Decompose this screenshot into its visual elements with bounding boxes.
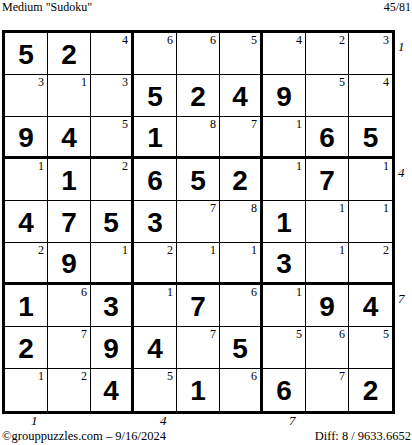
cell-r5c2[interactable]: 7 [48,201,91,243]
pencil-mark: 5 [383,328,389,341]
pencil-mark: 1 [38,160,44,173]
cell-r8c2[interactable]: 7 [48,327,91,369]
pencil-mark: 5 [122,118,128,131]
cell-r1c5[interactable]: 6 [177,33,220,75]
row-label-1: 1 [398,40,410,54]
pencil-mark: 2 [122,160,128,173]
pencil-mark: 5 [339,76,345,89]
cell-r2c5[interactable]: 2 [177,75,220,117]
pencil-mark: 2 [81,370,87,383]
cell-r3c8[interactable]: 6 [306,117,349,159]
cell-r7c6[interactable]: 6 [220,285,263,327]
given-digit: 2 [5,327,47,368]
pencil-mark: 1 [383,160,389,173]
cell-r8c5[interactable]: 7 [177,327,220,369]
cell-r9c5[interactable]: 1 [177,369,220,411]
pencil-mark: 1 [339,244,345,257]
sudoku-board: 5246654233135249549451871651126521714753… [2,30,395,414]
cell-r9c7[interactable]: 6 [263,369,306,411]
cell-r8c6[interactable]: 5 [220,327,263,369]
given-digit: 5 [5,33,47,74]
cell-r1c6[interactable]: 5 [220,33,263,75]
cell-r8c3[interactable]: 9 [91,327,134,369]
cell-r2c2[interactable]: 1 [48,75,91,117]
pencil-mark: 2 [339,34,345,47]
given-digit: 1 [48,159,90,200]
cell-r2c1[interactable]: 3 [5,75,48,117]
pencil-mark: 2 [383,244,389,257]
cell-r6c7[interactable]: 3 [263,243,306,285]
given-digit: 6 [134,159,176,200]
cell-r5c5[interactable]: 7 [177,201,220,243]
cell-r3c7[interactable]: 1 [263,117,306,159]
copyright-text: ©grouppuzzles.com – 9/16/2024 [2,429,166,444]
pencil-mark: 1 [167,286,173,299]
cell-r5c1[interactable]: 4 [5,201,48,243]
cell-r9c4[interactable]: 5 [134,369,177,411]
pencil-mark: 5 [296,328,302,341]
cell-r5c9[interactable]: 1 [349,201,392,243]
cell-r7c1[interactable]: 1 [5,285,48,327]
col-label-7: 7 [289,414,296,427]
pencil-mark: 4 [296,34,302,47]
cell-r7c8[interactable]: 9 [306,285,349,327]
given-digit: 2 [349,369,392,411]
pencil-mark: 5 [251,34,257,47]
pencil-mark: 1 [296,160,302,173]
pencil-mark: 5 [167,370,173,383]
given-digit: 5 [134,75,176,116]
cell-r9c9[interactable]: 2 [349,369,392,411]
given-digit: 2 [48,33,90,74]
given-digit: 6 [306,117,348,156]
pencil-mark: 6 [81,286,87,299]
cell-r1c8[interactable]: 2 [306,33,349,75]
header: Medium "Sudoku" 45/81 [2,0,411,14]
cell-r9c1[interactable]: 1 [5,369,48,411]
cell-r7c2[interactable]: 6 [48,285,91,327]
given-digit: 7 [177,285,219,326]
cell-r1c9[interactable]: 3 [349,33,392,75]
cell-r6c9[interactable]: 2 [349,243,392,285]
cell-r4c9[interactable]: 1 [349,159,392,201]
cell-r3c5[interactable]: 8 [177,117,220,159]
pencil-mark: 6 [339,328,345,341]
cell-r6c1[interactable]: 2 [5,243,48,285]
given-digit: 9 [5,117,47,156]
given-digit: 4 [5,201,47,242]
given-digit: 9 [306,285,348,326]
given-digit: 4 [91,369,131,411]
cell-r5c7[interactable]: 1 [263,201,306,243]
footer: ©grouppuzzles.com – 9/16/2024 Diff: 8 / … [2,429,411,444]
cell-r4c3[interactable]: 2 [91,159,134,201]
given-digit: 6 [263,369,305,411]
cell-r5c6[interactable]: 8 [220,201,263,243]
pencil-mark: 1 [210,244,216,257]
given-digit: 5 [349,117,392,156]
cell-r1c7[interactable]: 4 [263,33,306,75]
cell-r3c6[interactable]: 7 [220,117,263,159]
col-label-1: 1 [31,414,38,427]
given-digit: 4 [48,117,90,156]
given-digit: 4 [349,285,392,326]
cell-r9c8[interactable]: 7 [306,369,349,411]
cell-r2c4[interactable]: 5 [134,75,177,117]
cell-r7c7[interactable]: 1 [263,285,306,327]
given-digit: 4 [134,327,176,368]
pencil-mark: 1 [122,244,128,257]
cell-r4c7[interactable]: 1 [263,159,306,201]
given-digit: 2 [220,159,260,200]
cell-r9c2[interactable]: 2 [48,369,91,411]
cell-r4c1[interactable]: 1 [5,159,48,201]
cell-r7c3[interactable]: 3 [91,285,134,327]
cell-r4c8[interactable]: 7 [306,159,349,201]
given-digit: 1 [177,369,219,411]
cell-r1c1[interactable]: 5 [5,33,48,75]
cell-r2c7[interactable]: 9 [263,75,306,117]
given-digit: 7 [306,159,348,200]
row-label-4: 4 [398,166,410,180]
pencil-mark: 7 [210,202,216,215]
pencil-mark: 2 [38,244,44,257]
pencil-mark: 3 [383,34,389,47]
cell-r4c2[interactable]: 1 [48,159,91,201]
pencil-mark: 1 [296,118,302,131]
given-digit: 9 [48,243,90,282]
given-digit: 5 [177,159,219,200]
cell-r3c3[interactable]: 5 [91,117,134,159]
cell-r5c4[interactable]: 3 [134,201,177,243]
pencil-mark: 1 [251,244,257,257]
sudoku-page: Medium "Sudoku" 45/81 524665423313524954… [0,0,412,445]
pencil-mark: 4 [383,76,389,89]
pencil-mark: 8 [251,202,257,215]
pencil-mark: 3 [38,76,44,89]
cell-r3c9[interactable]: 5 [349,117,392,159]
pencil-mark: 6 [251,286,257,299]
cell-r3c1[interactable]: 9 [5,117,48,159]
given-digit: 3 [263,243,305,282]
given-digit: 1 [134,117,176,156]
pencil-mark: 1 [383,202,389,215]
cell-r6c8[interactable]: 1 [306,243,349,285]
cell-r6c2[interactable]: 9 [48,243,91,285]
given-digit: 4 [220,75,260,116]
pencil-mark: 1 [296,286,302,299]
cell-r8c7[interactable]: 5 [263,327,306,369]
cell-r8c1[interactable]: 2 [5,327,48,369]
cell-r2c3[interactable]: 3 [91,75,134,117]
cell-r1c3[interactable]: 4 [91,33,134,75]
given-digit: 5 [91,201,131,242]
cell-r1c4[interactable]: 6 [134,33,177,75]
pencil-mark: 6 [167,34,173,47]
given-digit: 2 [177,75,219,116]
given-digit: 1 [263,201,305,242]
given-digit: 1 [5,285,47,326]
cell-r1c2[interactable]: 2 [48,33,91,75]
pencil-mark: 7 [339,370,345,383]
cell-r4c5[interactable]: 5 [177,159,220,201]
pencil-mark: 6 [251,370,257,383]
cell-r6c5[interactable]: 1 [177,243,220,285]
pencil-mark: 7 [81,328,87,341]
progress-counter: 45/81 [384,0,411,14]
pencil-mark: 6 [210,34,216,47]
given-digit: 9 [91,327,131,368]
cell-r7c4[interactable]: 1 [134,285,177,327]
cell-r5c3[interactable]: 5 [91,201,134,243]
pencil-mark: 3 [122,76,128,89]
col-label-4: 4 [160,414,167,427]
cell-r6c3[interactable]: 1 [91,243,134,285]
given-digit: 3 [134,201,176,242]
pencil-mark: 7 [210,328,216,341]
cell-r2c6[interactable]: 4 [220,75,263,117]
cell-r4c4[interactable]: 6 [134,159,177,201]
cell-r2c8[interactable]: 5 [306,75,349,117]
pencil-mark: 4 [122,34,128,47]
pencil-mark: 1 [339,202,345,215]
cell-r3c4[interactable]: 1 [134,117,177,159]
cell-r7c5[interactable]: 7 [177,285,220,327]
cell-r8c9[interactable]: 5 [349,327,392,369]
cell-r2c9[interactable]: 4 [349,75,392,117]
given-digit: 7 [48,201,90,242]
cell-r7c9[interactable]: 4 [349,285,392,327]
pencil-mark: 8 [210,118,216,131]
cell-r3c2[interactable]: 4 [48,117,91,159]
given-digit: 9 [263,75,305,116]
page-title: Medium "Sudoku" [2,0,92,14]
cell-r9c6[interactable]: 6 [220,369,263,411]
pencil-mark: 7 [251,118,257,131]
cell-r8c8[interactable]: 6 [306,327,349,369]
difficulty-text: Diff: 8 / 9633.6652 [315,429,411,444]
cell-r4c6[interactable]: 2 [220,159,263,201]
cell-r6c6[interactable]: 1 [220,243,263,285]
pencil-mark: 2 [167,244,173,257]
pencil-mark: 1 [38,370,44,383]
cell-r5c8[interactable]: 1 [306,201,349,243]
cell-r8c4[interactable]: 4 [134,327,177,369]
pencil-mark: 1 [81,76,87,89]
row-label-7: 7 [398,292,410,306]
cell-r9c3[interactable]: 4 [91,369,134,411]
cell-r6c4[interactable]: 2 [134,243,177,285]
given-digit: 3 [91,285,131,326]
given-digit: 5 [220,327,260,368]
